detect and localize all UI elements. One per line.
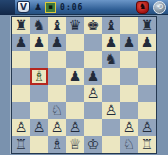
square-f6[interactable]: ♞ — [102, 51, 120, 68]
square-c6[interactable] — [48, 51, 66, 68]
piece-white-pawn: ♙ — [87, 85, 100, 102]
piece-white-king: ♔ — [87, 136, 100, 153]
sync-glyph: ⟲ — [156, 3, 163, 11]
square-f4[interactable] — [102, 85, 120, 102]
piece-white-knight: ♘ — [51, 102, 64, 119]
square-b2[interactable]: ♙ — [30, 119, 48, 136]
piece-white-pawn: ♙ — [123, 119, 136, 136]
square-a3[interactable] — [12, 102, 30, 119]
square-e6[interactable] — [84, 51, 102, 68]
square-h3[interactable] — [138, 102, 156, 119]
sync-icon[interactable]: ⟲ — [153, 1, 166, 14]
piece-white-pawn: ♙ — [15, 119, 28, 136]
corner-decor — [0, 0, 15, 15]
square-b4[interactable] — [30, 85, 48, 102]
square-e8[interactable]: ♚ — [84, 17, 102, 34]
mini-pawn-icon: ♟ — [34, 0, 42, 15]
square-h6[interactable] — [138, 51, 156, 68]
square-a6[interactable] — [12, 51, 30, 68]
piece-black-pawn: ♟ — [105, 34, 118, 51]
square-h1[interactable]: ♖ — [138, 136, 156, 153]
opponent-shield-icon[interactable]: ♞ — [136, 1, 149, 14]
square-b3[interactable] — [30, 102, 48, 119]
square-g2[interactable]: ♙ — [120, 119, 138, 136]
square-e3[interactable] — [84, 102, 102, 119]
square-a4[interactable] — [12, 85, 30, 102]
active-tool-glyph: ▪ — [48, 4, 53, 11]
square-b8[interactable]: ♞ — [30, 17, 48, 34]
square-h5[interactable] — [138, 68, 156, 85]
square-d8[interactable]: ♛ — [66, 17, 84, 34]
square-e2[interactable] — [84, 119, 102, 136]
piece-black-knight: ♞ — [105, 51, 118, 68]
board-area: ♜♞♝♛♚♝♜♟♟♟♟♟♟♞♗♟♟♙♘♙♙♙♙♙♙♙♖♗♕♔♘♖ — [0, 15, 168, 155]
game-clock: 0:06 — [60, 3, 83, 12]
square-c7[interactable]: ♟ — [48, 34, 66, 51]
square-e1[interactable]: ♔ — [84, 136, 102, 153]
square-g5[interactable] — [120, 68, 138, 85]
square-f3[interactable]: ♙ — [102, 102, 120, 119]
piece-white-pawn: ♙ — [105, 102, 118, 119]
piece-black-king: ♚ — [87, 17, 100, 34]
square-d2[interactable]: ♙ — [66, 119, 84, 136]
opponent-piece-glyph: ♞ — [139, 3, 146, 11]
piece-white-pawn: ♙ — [33, 119, 46, 136]
piece-black-pawn: ♟ — [51, 34, 64, 51]
square-a2[interactable]: ♙ — [12, 119, 30, 136]
square-d1[interactable]: ♕ — [66, 136, 84, 153]
piece-white-pawn: ♙ — [51, 119, 64, 136]
piece-white-queen: ♕ — [69, 136, 82, 153]
piece-black-pawn: ♟ — [123, 34, 136, 51]
square-c2[interactable]: ♙ — [48, 119, 66, 136]
square-b1[interactable] — [30, 136, 48, 153]
square-b5[interactable]: ♗ — [30, 68, 48, 85]
app-window: V ♟ ▪ 0:06 ♞ ⟲ ♜♞♝♛♚♝♜♟♟♟♟♟♟♞♗♟♟♙♘♙♙♙♙♙♙… — [0, 0, 168, 155]
square-d6[interactable] — [66, 51, 84, 68]
square-e4[interactable]: ♙ — [84, 85, 102, 102]
active-tool-icon[interactable]: ▪ — [45, 2, 56, 13]
piece-black-pawn: ♟ — [15, 34, 28, 51]
square-f7[interactable]: ♟ — [102, 34, 120, 51]
piece-white-pawn: ♙ — [69, 119, 82, 136]
square-c4[interactable] — [48, 85, 66, 102]
square-g8[interactable] — [120, 17, 138, 34]
square-f5[interactable] — [102, 68, 120, 85]
top-bar: V ♟ ▪ 0:06 ♞ ⟲ — [0, 0, 168, 15]
square-h7[interactable]: ♟ — [138, 34, 156, 51]
square-d7[interactable] — [66, 34, 84, 51]
piece-black-rook: ♜ — [141, 17, 154, 34]
piece-white-knight: ♘ — [123, 136, 136, 153]
piece-white-pawn: ♙ — [141, 119, 154, 136]
square-a1[interactable]: ♖ — [12, 136, 30, 153]
square-h4[interactable] — [138, 85, 156, 102]
square-g3[interactable] — [120, 102, 138, 119]
square-d4[interactable] — [66, 85, 84, 102]
chess-board[interactable]: ♜♞♝♛♚♝♜♟♟♟♟♟♟♞♗♟♟♙♘♙♙♙♙♙♙♙♖♗♕♔♘♖ — [11, 16, 157, 154]
square-b6[interactable] — [30, 51, 48, 68]
square-g4[interactable] — [120, 85, 138, 102]
piece-white-rook: ♖ — [15, 136, 28, 153]
piece-black-bishop: ♝ — [51, 17, 64, 34]
piece-white-rook: ♖ — [141, 136, 154, 153]
piece-black-knight: ♞ — [33, 17, 46, 34]
square-h8[interactable]: ♜ — [138, 17, 156, 34]
square-d5[interactable]: ♟ — [66, 68, 84, 85]
square-e5[interactable]: ♟ — [84, 68, 102, 85]
square-c3[interactable]: ♘ — [48, 102, 66, 119]
piece-black-pawn: ♟ — [69, 68, 82, 85]
square-e7[interactable] — [84, 34, 102, 51]
app-logo-icon[interactable]: V — [17, 1, 30, 13]
piece-white-bishop: ♗ — [51, 136, 64, 153]
square-g1[interactable]: ♘ — [120, 136, 138, 153]
square-c8[interactable]: ♝ — [48, 17, 66, 34]
square-f1[interactable] — [102, 136, 120, 153]
square-a5[interactable] — [12, 68, 30, 85]
square-d3[interactable] — [66, 102, 84, 119]
square-h2[interactable]: ♙ — [138, 119, 156, 136]
square-g6[interactable] — [120, 51, 138, 68]
square-g7[interactable]: ♟ — [120, 34, 138, 51]
square-c1[interactable]: ♗ — [48, 136, 66, 153]
square-c5[interactable] — [48, 68, 66, 85]
square-f2[interactable] — [102, 119, 120, 136]
piece-black-queen: ♛ — [69, 17, 82, 34]
piece-black-pawn: ♟ — [87, 68, 100, 85]
piece-black-rook: ♜ — [15, 17, 28, 34]
square-a8[interactable]: ♜ — [12, 17, 30, 34]
square-a7[interactable]: ♟ — [12, 34, 30, 51]
piece-white-bishop: ♗ — [33, 68, 46, 85]
square-f8[interactable]: ♝ — [102, 17, 120, 34]
piece-black-pawn: ♟ — [141, 34, 154, 51]
square-b7[interactable]: ♟ — [30, 34, 48, 51]
piece-black-bishop: ♝ — [105, 17, 118, 34]
piece-black-pawn: ♟ — [33, 34, 46, 51]
